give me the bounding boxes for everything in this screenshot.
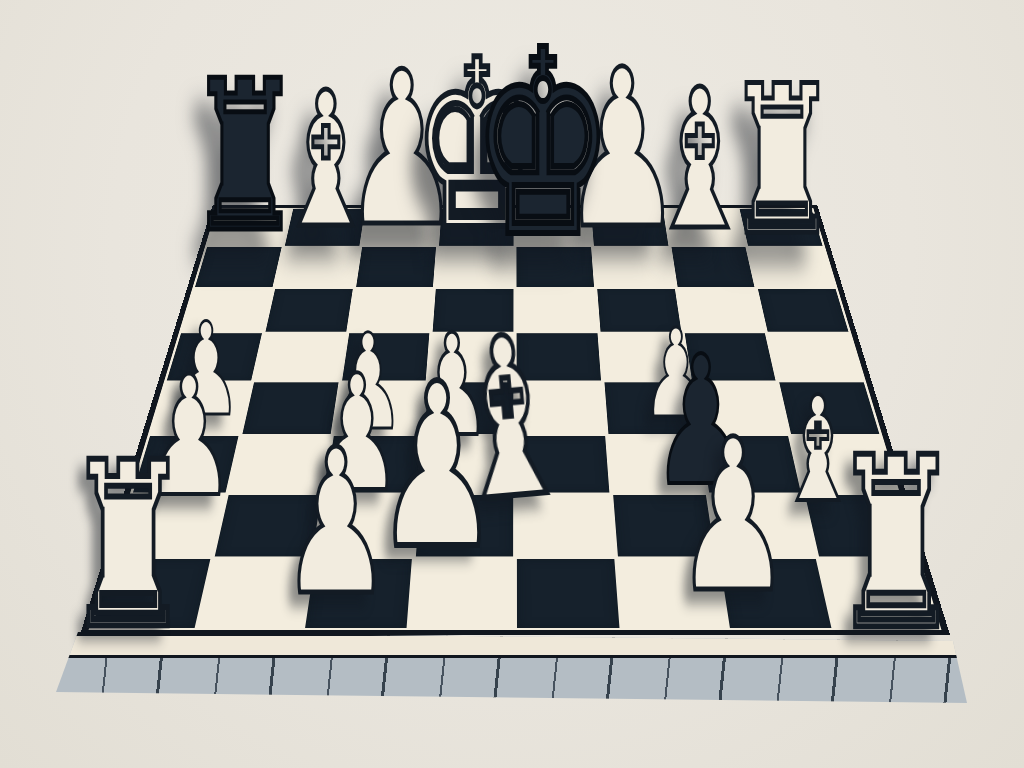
square-e1[interactable] bbox=[517, 559, 619, 628]
piece-white-pawn-d2[interactable]: ♟ bbox=[374, 354, 500, 580]
piece-white-rook-a1[interactable]: ♜ bbox=[65, 432, 192, 660]
piece-white-pawn-c2[interactable]: ♟ bbox=[280, 423, 391, 623]
piece-white-rook-h8[interactable]: ♜ bbox=[725, 59, 839, 264]
piece-black-king-e8[interactable]: ♚ bbox=[472, 16, 614, 272]
square-h6[interactable] bbox=[758, 289, 849, 332]
piece-white-rook-h1[interactable]: ♜ bbox=[830, 427, 961, 663]
piece-white-pawn-g2[interactable]: ♟ bbox=[675, 412, 792, 622]
illustration-canvas: ♟♝♟♚♝♜♜♚♟♟♟♟♟♟♟♝♝♟♟♟♜♜ bbox=[0, 0, 1024, 768]
piece-black-rook-a8[interactable]: ♜ bbox=[187, 53, 303, 261]
